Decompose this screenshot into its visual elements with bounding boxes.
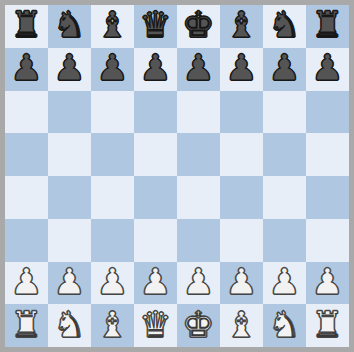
square-h1[interactable]: ♜ bbox=[306, 304, 349, 347]
square-a7[interactable]: ♟ bbox=[5, 48, 48, 91]
square-a2[interactable]: ♟ bbox=[5, 262, 48, 305]
piece-black-queen[interactable]: ♛ bbox=[139, 7, 171, 43]
square-h2[interactable]: ♟ bbox=[306, 262, 349, 305]
piece-black-pawn[interactable]: ♟ bbox=[53, 50, 85, 86]
piece-black-pawn[interactable]: ♟ bbox=[182, 50, 214, 86]
piece-black-rook[interactable]: ♜ bbox=[10, 7, 42, 43]
square-e1[interactable]: ♚ bbox=[177, 304, 220, 347]
piece-white-pawn[interactable]: ♟ bbox=[53, 264, 85, 300]
square-g5[interactable] bbox=[263, 133, 306, 176]
piece-white-king[interactable]: ♚ bbox=[182, 307, 214, 343]
piece-black-pawn[interactable]: ♟ bbox=[10, 50, 42, 86]
piece-white-bishop[interactable]: ♝ bbox=[225, 307, 257, 343]
square-d2[interactable]: ♟ bbox=[134, 262, 177, 305]
square-c7[interactable]: ♟ bbox=[91, 48, 134, 91]
square-c5[interactable] bbox=[91, 133, 134, 176]
piece-white-rook[interactable]: ♜ bbox=[311, 307, 343, 343]
square-a1[interactable]: ♜ bbox=[5, 304, 48, 347]
square-e2[interactable]: ♟ bbox=[177, 262, 220, 305]
board-frame: ♜♞♝♛♚♝♞♜♟♟♟♟♟♟♟♟♟♟♟♟♟♟♟♟♜♞♝♛♚♝♞♜ bbox=[0, 0, 354, 352]
square-a8[interactable]: ♜ bbox=[5, 5, 48, 48]
square-f2[interactable]: ♟ bbox=[220, 262, 263, 305]
piece-black-pawn[interactable]: ♟ bbox=[96, 50, 128, 86]
square-b2[interactable]: ♟ bbox=[48, 262, 91, 305]
square-f7[interactable]: ♟ bbox=[220, 48, 263, 91]
square-h4[interactable] bbox=[306, 176, 349, 219]
square-f8[interactable]: ♝ bbox=[220, 5, 263, 48]
square-b4[interactable] bbox=[48, 176, 91, 219]
square-g3[interactable] bbox=[263, 219, 306, 262]
piece-black-pawn[interactable]: ♟ bbox=[139, 50, 171, 86]
square-h8[interactable]: ♜ bbox=[306, 5, 349, 48]
square-e8[interactable]: ♚ bbox=[177, 5, 220, 48]
square-d4[interactable] bbox=[134, 176, 177, 219]
piece-black-bishop[interactable]: ♝ bbox=[96, 7, 128, 43]
square-f3[interactable] bbox=[220, 219, 263, 262]
square-e5[interactable] bbox=[177, 133, 220, 176]
square-d1[interactable]: ♛ bbox=[134, 304, 177, 347]
square-c6[interactable] bbox=[91, 91, 134, 134]
square-f1[interactable]: ♝ bbox=[220, 304, 263, 347]
square-b7[interactable]: ♟ bbox=[48, 48, 91, 91]
square-a4[interactable] bbox=[5, 176, 48, 219]
piece-black-rook[interactable]: ♜ bbox=[311, 7, 343, 43]
square-a5[interactable] bbox=[5, 133, 48, 176]
square-d6[interactable] bbox=[134, 91, 177, 134]
square-f5[interactable] bbox=[220, 133, 263, 176]
square-b1[interactable]: ♞ bbox=[48, 304, 91, 347]
piece-white-knight[interactable]: ♞ bbox=[268, 307, 300, 343]
square-c3[interactable] bbox=[91, 219, 134, 262]
square-g4[interactable] bbox=[263, 176, 306, 219]
square-c2[interactable]: ♟ bbox=[91, 262, 134, 305]
square-h6[interactable] bbox=[306, 91, 349, 134]
piece-white-rook[interactable]: ♜ bbox=[10, 307, 42, 343]
piece-black-knight[interactable]: ♞ bbox=[268, 7, 300, 43]
square-c1[interactable]: ♝ bbox=[91, 304, 134, 347]
square-g8[interactable]: ♞ bbox=[263, 5, 306, 48]
square-a6[interactable] bbox=[5, 91, 48, 134]
piece-white-pawn[interactable]: ♟ bbox=[139, 264, 171, 300]
square-e7[interactable]: ♟ bbox=[177, 48, 220, 91]
square-e6[interactable] bbox=[177, 91, 220, 134]
square-f6[interactable] bbox=[220, 91, 263, 134]
square-c8[interactable]: ♝ bbox=[91, 5, 134, 48]
square-h5[interactable] bbox=[306, 133, 349, 176]
piece-white-queen[interactable]: ♛ bbox=[139, 307, 171, 343]
piece-white-bishop[interactable]: ♝ bbox=[96, 307, 128, 343]
square-h7[interactable]: ♟ bbox=[306, 48, 349, 91]
piece-black-knight[interactable]: ♞ bbox=[53, 7, 85, 43]
square-g2[interactable]: ♟ bbox=[263, 262, 306, 305]
square-g1[interactable]: ♞ bbox=[263, 304, 306, 347]
square-d7[interactable]: ♟ bbox=[134, 48, 177, 91]
square-b3[interactable] bbox=[48, 219, 91, 262]
piece-white-pawn[interactable]: ♟ bbox=[311, 264, 343, 300]
square-c4[interactable] bbox=[91, 176, 134, 219]
piece-black-pawn[interactable]: ♟ bbox=[268, 50, 300, 86]
square-d8[interactable]: ♛ bbox=[134, 5, 177, 48]
square-d5[interactable] bbox=[134, 133, 177, 176]
chess-board: ♜♞♝♛♚♝♞♜♟♟♟♟♟♟♟♟♟♟♟♟♟♟♟♟♜♞♝♛♚♝♞♜ bbox=[5, 5, 349, 347]
piece-white-pawn[interactable]: ♟ bbox=[268, 264, 300, 300]
piece-black-king[interactable]: ♚ bbox=[182, 7, 214, 43]
square-b6[interactable] bbox=[48, 91, 91, 134]
square-a3[interactable] bbox=[5, 219, 48, 262]
square-d3[interactable] bbox=[134, 219, 177, 262]
square-b8[interactable]: ♞ bbox=[48, 5, 91, 48]
square-f4[interactable] bbox=[220, 176, 263, 219]
square-g6[interactable] bbox=[263, 91, 306, 134]
piece-white-knight[interactable]: ♞ bbox=[53, 307, 85, 343]
square-b5[interactable] bbox=[48, 133, 91, 176]
square-e3[interactable] bbox=[177, 219, 220, 262]
piece-black-pawn[interactable]: ♟ bbox=[311, 50, 343, 86]
piece-white-pawn[interactable]: ♟ bbox=[10, 264, 42, 300]
piece-white-pawn[interactable]: ♟ bbox=[225, 264, 257, 300]
piece-black-bishop[interactable]: ♝ bbox=[225, 7, 257, 43]
square-h3[interactable] bbox=[306, 219, 349, 262]
piece-white-pawn[interactable]: ♟ bbox=[96, 264, 128, 300]
square-e4[interactable] bbox=[177, 176, 220, 219]
piece-white-pawn[interactable]: ♟ bbox=[182, 264, 214, 300]
square-g7[interactable]: ♟ bbox=[263, 48, 306, 91]
piece-black-pawn[interactable]: ♟ bbox=[225, 50, 257, 86]
